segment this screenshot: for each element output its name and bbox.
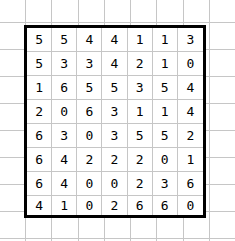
cell-r7c5[interactable]: 2 xyxy=(128,172,153,196)
cell-r2c4[interactable]: 4 xyxy=(102,52,127,76)
cell-r4c1[interactable]: 2 xyxy=(27,100,52,124)
cell-r1c4[interactable]: 4 xyxy=(102,28,127,52)
cell-r4c3[interactable]: 6 xyxy=(77,100,102,124)
cell-r5c4[interactable]: 3 xyxy=(102,124,127,148)
cell-r6c4[interactable]: 2 xyxy=(102,148,127,172)
cell-r1c2[interactable]: 5 xyxy=(52,28,77,52)
cell-r7c4[interactable]: 0 xyxy=(102,172,127,196)
cell-r3c2[interactable]: 6 xyxy=(52,76,77,100)
cell-r3c4[interactable]: 5 xyxy=(102,76,127,100)
cell-r1c7[interactable]: 3 xyxy=(178,28,203,52)
cell-r6c5[interactable]: 2 xyxy=(128,148,153,172)
cell-r2c7[interactable]: 0 xyxy=(178,52,203,76)
cell-r2c6[interactable]: 1 xyxy=(153,52,178,76)
cell-r3c1[interactable]: 1 xyxy=(27,76,52,100)
graph-paper-background: 5544113533421016553542063114630355264222… xyxy=(0,0,235,241)
cell-r8c1[interactable]: 4 xyxy=(27,196,52,215)
cell-r7c2[interactable]: 4 xyxy=(52,172,77,196)
cell-r5c2[interactable]: 3 xyxy=(52,124,77,148)
cell-r8c7[interactable]: 0 xyxy=(178,196,203,215)
cell-r4c4[interactable]: 3 xyxy=(102,100,127,124)
cell-r7c1[interactable]: 6 xyxy=(27,172,52,196)
cell-r2c2[interactable]: 3 xyxy=(52,52,77,76)
cell-r6c6[interactable]: 0 xyxy=(153,148,178,172)
cell-r2c1[interactable]: 5 xyxy=(27,52,52,76)
cell-r3c7[interactable]: 4 xyxy=(178,76,203,100)
cell-r1c5[interactable]: 1 xyxy=(128,28,153,52)
cell-r3c5[interactable]: 3 xyxy=(128,76,153,100)
cell-r8c6[interactable]: 6 xyxy=(153,196,178,215)
cell-r1c6[interactable]: 1 xyxy=(153,28,178,52)
cell-r7c6[interactable]: 3 xyxy=(153,172,178,196)
cell-r4c7[interactable]: 4 xyxy=(178,100,203,124)
cell-r7c3[interactable]: 0 xyxy=(77,172,102,196)
cell-r1c3[interactable]: 4 xyxy=(77,28,102,52)
cell-r8c5[interactable]: 6 xyxy=(128,196,153,215)
cell-r5c1[interactable]: 6 xyxy=(27,124,52,148)
cell-r3c6[interactable]: 5 xyxy=(153,76,178,100)
cell-r8c3[interactable]: 0 xyxy=(77,196,102,215)
cell-r8c4[interactable]: 2 xyxy=(102,196,127,215)
cell-r5c5[interactable]: 5 xyxy=(128,124,153,148)
cell-r5c6[interactable]: 5 xyxy=(153,124,178,148)
dominosa-board: 5544113533421016553542063114630355264222… xyxy=(24,25,206,218)
cell-r8c2[interactable]: 1 xyxy=(52,196,77,215)
cell-r2c5[interactable]: 2 xyxy=(128,52,153,76)
cell-r2c3[interactable]: 3 xyxy=(77,52,102,76)
cell-r6c3[interactable]: 2 xyxy=(77,148,102,172)
cell-r6c1[interactable]: 6 xyxy=(27,148,52,172)
cell-r5c3[interactable]: 0 xyxy=(77,124,102,148)
cell-r6c2[interactable]: 4 xyxy=(52,148,77,172)
cell-r4c2[interactable]: 0 xyxy=(52,100,77,124)
cell-r6c7[interactable]: 1 xyxy=(178,148,203,172)
cell-r3c3[interactable]: 5 xyxy=(77,76,102,100)
cell-r5c7[interactable]: 2 xyxy=(178,124,203,148)
cell-r1c1[interactable]: 5 xyxy=(27,28,52,52)
cell-r4c5[interactable]: 1 xyxy=(128,100,153,124)
cell-r4c6[interactable]: 1 xyxy=(153,100,178,124)
cell-r7c7[interactable]: 6 xyxy=(178,172,203,196)
